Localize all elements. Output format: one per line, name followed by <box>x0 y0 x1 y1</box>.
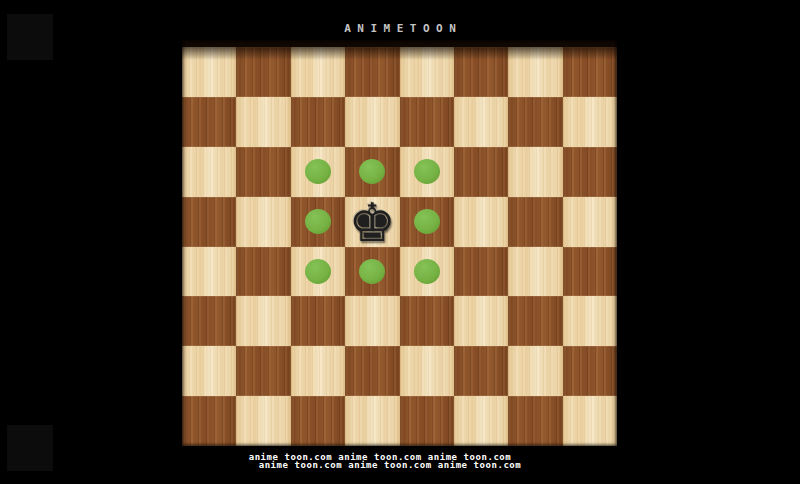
square-b6[interactable] <box>236 147 290 197</box>
square-d7[interactable] <box>345 97 399 147</box>
square-g2[interactable] <box>508 346 562 396</box>
square-g1[interactable] <box>508 396 562 446</box>
square-g6[interactable] <box>508 147 562 197</box>
chess-board: ♚ <box>182 47 617 446</box>
move-hint-dot-d4[interactable] <box>359 259 385 284</box>
board-frame: ♚ <box>182 40 617 446</box>
square-d2[interactable] <box>345 346 399 396</box>
square-f8[interactable] <box>454 47 508 97</box>
square-b8[interactable] <box>236 47 290 97</box>
square-f2[interactable] <box>454 346 508 396</box>
move-hint-dot-c5[interactable] <box>305 209 331 234</box>
square-d6[interactable] <box>345 147 399 197</box>
square-a3[interactable] <box>182 296 236 346</box>
move-hint-dot-e4[interactable] <box>414 259 440 284</box>
square-d4[interactable] <box>345 247 399 297</box>
square-g7[interactable] <box>508 97 562 147</box>
square-f7[interactable] <box>454 97 508 147</box>
square-g5[interactable] <box>508 197 562 247</box>
square-c4[interactable] <box>291 247 345 297</box>
move-hint-dot-e5[interactable] <box>414 209 440 234</box>
square-h5[interactable] <box>563 197 617 247</box>
square-h4[interactable] <box>563 247 617 297</box>
square-a6[interactable] <box>182 147 236 197</box>
square-b1[interactable] <box>236 396 290 446</box>
square-h8[interactable] <box>563 47 617 97</box>
square-h2[interactable] <box>563 346 617 396</box>
square-a5[interactable] <box>182 197 236 247</box>
square-d8[interactable] <box>345 47 399 97</box>
square-h1[interactable] <box>563 396 617 446</box>
move-hint-dot-c6[interactable] <box>305 159 331 184</box>
square-e8[interactable] <box>400 47 454 97</box>
site-title: ANIMETOON <box>0 22 800 35</box>
square-c5[interactable] <box>291 197 345 247</box>
square-e3[interactable] <box>400 296 454 346</box>
square-g3[interactable] <box>508 296 562 346</box>
square-c3[interactable] <box>291 296 345 346</box>
square-h3[interactable] <box>563 296 617 346</box>
square-f3[interactable] <box>454 296 508 346</box>
square-b3[interactable] <box>236 296 290 346</box>
square-b4[interactable] <box>236 247 290 297</box>
square-a8[interactable] <box>182 47 236 97</box>
square-c1[interactable] <box>291 396 345 446</box>
square-a1[interactable] <box>182 396 236 446</box>
corner-mark-top-left <box>7 14 53 60</box>
move-hint-dot-c4[interactable] <box>305 259 331 284</box>
square-a7[interactable] <box>182 97 236 147</box>
square-e1[interactable] <box>400 396 454 446</box>
move-hint-dot-e6[interactable] <box>414 159 440 184</box>
square-f5[interactable] <box>454 197 508 247</box>
square-d5[interactable]: ♚ <box>345 197 399 247</box>
square-e7[interactable] <box>400 97 454 147</box>
square-c8[interactable] <box>291 47 345 97</box>
square-f4[interactable] <box>454 247 508 297</box>
square-e4[interactable] <box>400 247 454 297</box>
watermark: anime toon.com anime toon.com anime toon… <box>0 453 800 469</box>
square-b5[interactable] <box>236 197 290 247</box>
square-a2[interactable] <box>182 346 236 396</box>
square-c2[interactable] <box>291 346 345 396</box>
square-c6[interactable] <box>291 147 345 197</box>
move-hint-dot-d6[interactable] <box>359 159 385 184</box>
square-e5[interactable] <box>400 197 454 247</box>
black-king-d5[interactable]: ♚ <box>345 197 399 247</box>
square-d1[interactable] <box>345 396 399 446</box>
square-d3[interactable] <box>345 296 399 346</box>
square-a4[interactable] <box>182 247 236 297</box>
square-h7[interactable] <box>563 97 617 147</box>
square-b2[interactable] <box>236 346 290 396</box>
page: ANIMETOON ♚ anime toon.com anime toon.co… <box>0 0 800 484</box>
square-f6[interactable] <box>454 147 508 197</box>
square-c7[interactable] <box>291 97 345 147</box>
square-b7[interactable] <box>236 97 290 147</box>
square-g8[interactable] <box>508 47 562 97</box>
square-g4[interactable] <box>508 247 562 297</box>
square-h6[interactable] <box>563 147 617 197</box>
square-e2[interactable] <box>400 346 454 396</box>
square-e6[interactable] <box>400 147 454 197</box>
watermark-line: anime toon.com anime toon.com anime toon… <box>0 461 790 469</box>
square-f1[interactable] <box>454 396 508 446</box>
